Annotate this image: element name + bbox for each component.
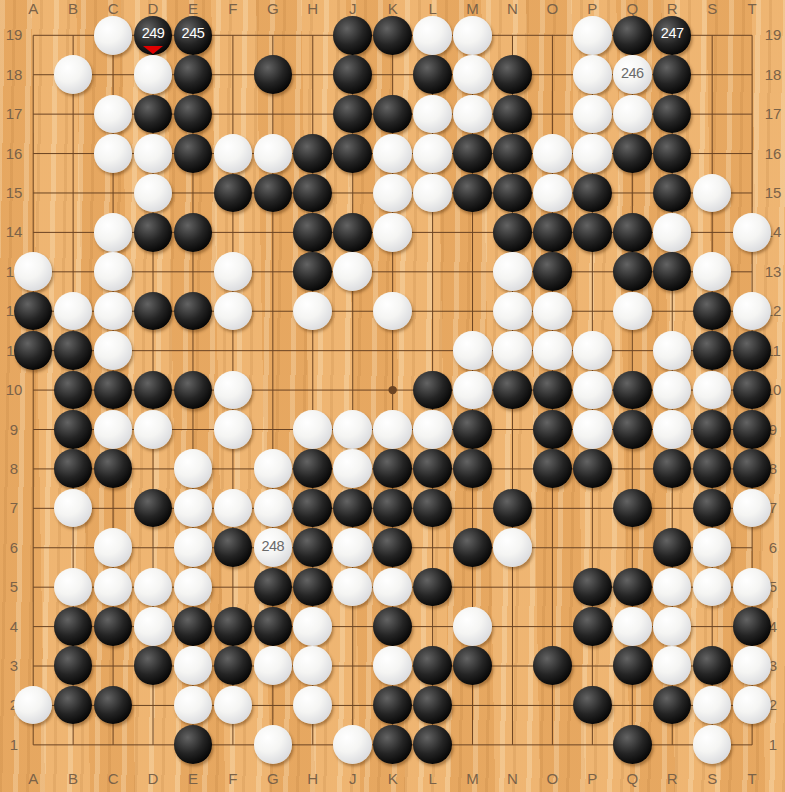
point-B7[interactable] [53,488,93,527]
point-G7[interactable] [253,488,293,527]
point-G16[interactable] [253,134,293,173]
point-H12[interactable] [293,291,333,330]
point-A12[interactable] [13,291,53,330]
point-S11[interactable] [692,331,732,370]
point-N18[interactable] [492,55,532,94]
point-J6[interactable] [333,528,373,567]
point-N15[interactable] [492,173,532,212]
point-P18[interactable] [572,55,612,94]
point-M17[interactable] [453,94,493,133]
black-stone-B9 [54,410,93,449]
point-T9[interactable] [732,410,772,449]
point-N16[interactable] [492,134,532,173]
point-D7[interactable] [133,488,173,527]
point-C4[interactable] [93,607,133,646]
point-H2[interactable] [293,685,333,724]
point-L17[interactable] [413,94,453,133]
black-stone-L2 [413,686,452,725]
point-M3[interactable] [453,646,493,685]
point-J18[interactable] [333,55,373,94]
black-stone-Q9 [613,410,652,449]
white-stone-C13 [94,252,133,291]
coord-bottom-L: L [419,771,447,787]
point-T10[interactable] [732,370,772,409]
point-Q16[interactable] [612,134,652,173]
black-stone-Q19 [613,16,652,55]
point-L8[interactable] [413,449,453,488]
white-stone-J13 [333,252,372,291]
point-P14[interactable] [572,213,612,252]
point-R15[interactable] [652,173,692,212]
point-P15[interactable] [572,173,612,212]
black-stone-H7 [293,489,332,528]
point-K14[interactable] [373,213,413,252]
point-D12[interactable] [133,291,173,330]
point-H4[interactable] [293,607,333,646]
point-C14[interactable] [93,213,133,252]
point-D17[interactable] [133,94,173,133]
white-stone-N13 [493,252,532,291]
point-N17[interactable] [492,94,532,133]
point-N11[interactable] [492,331,532,370]
point-P8[interactable] [572,449,612,488]
point-J5[interactable] [333,567,373,606]
point-Q1[interactable] [612,725,652,764]
point-F3[interactable] [213,646,253,685]
point-E1[interactable] [173,725,213,764]
white-stone-G7 [254,489,293,528]
point-H13[interactable] [293,252,333,291]
point-R9[interactable] [652,410,692,449]
point-D4[interactable] [133,607,173,646]
point-M19[interactable] [453,16,493,55]
point-G1[interactable] [253,725,293,764]
point-H6[interactable] [293,528,333,567]
point-Q7[interactable] [612,488,652,527]
point-R11[interactable] [652,331,692,370]
point-O16[interactable] [532,134,572,173]
point-R19[interactable]: 247 [652,16,692,55]
white-stone-T2 [733,686,772,725]
point-L15[interactable] [413,173,453,212]
point-G6[interactable]: 248 [253,528,293,567]
point-Q9[interactable] [612,410,652,449]
point-L1[interactable] [413,725,453,764]
point-P2[interactable] [572,685,612,724]
coord-bottom-R: R [658,771,686,787]
point-T12[interactable] [732,291,772,330]
point-F16[interactable] [213,134,253,173]
black-stone-C8 [94,449,133,488]
black-stone-K8 [373,449,412,488]
point-J16[interactable] [333,134,373,173]
point-C12[interactable] [93,291,133,330]
point-K2[interactable] [373,685,413,724]
black-stone-P5 [573,568,612,607]
point-H14[interactable] [293,213,333,252]
point-H15[interactable] [293,173,333,212]
point-O3[interactable] [532,646,572,685]
point-O9[interactable] [532,410,572,449]
point-R3[interactable] [652,646,692,685]
white-stone-O16 [533,134,572,173]
point-R6[interactable] [652,528,692,567]
point-H8[interactable] [293,449,333,488]
point-G15[interactable] [253,173,293,212]
point-B9[interactable] [53,410,93,449]
black-stone-D17 [134,95,173,134]
point-O14[interactable] [532,213,572,252]
point-H9[interactable] [293,410,333,449]
point-E17[interactable] [173,94,213,133]
point-C8[interactable] [93,449,133,488]
point-M4[interactable] [453,607,493,646]
point-S7[interactable] [692,488,732,527]
point-K15[interactable] [373,173,413,212]
white-stone-P19 [573,16,612,55]
point-N10[interactable] [492,370,532,409]
point-N14[interactable] [492,213,532,252]
point-Q5[interactable] [612,567,652,606]
point-E14[interactable] [173,213,213,252]
point-P17[interactable] [572,94,612,133]
point-B4[interactable] [53,607,93,646]
point-R14[interactable] [652,213,692,252]
point-S6[interactable] [692,528,732,567]
point-S13[interactable] [692,252,732,291]
point-D3[interactable] [133,646,173,685]
point-R17[interactable] [652,94,692,133]
point-B2[interactable] [53,685,93,724]
black-stone-P4 [573,607,612,646]
black-stone-L1 [413,725,452,764]
white-stone-H3 [293,646,332,685]
point-G4[interactable] [253,607,293,646]
point-S3[interactable] [692,646,732,685]
point-L5[interactable] [413,567,453,606]
black-stone-H16 [293,134,332,173]
white-stone-O12 [533,292,572,331]
point-Q19[interactable] [612,16,652,55]
point-Q17[interactable] [612,94,652,133]
white-stone-F9 [214,410,253,449]
point-H16[interactable] [293,134,333,173]
point-N6[interactable] [492,528,532,567]
point-J14[interactable] [333,213,373,252]
point-R2[interactable] [652,685,692,724]
point-H3[interactable] [293,646,333,685]
coord-bottom-F: F [219,771,247,787]
black-stone-C10 [94,371,133,410]
point-K8[interactable] [373,449,413,488]
point-C10[interactable] [93,370,133,409]
point-Q4[interactable] [612,607,652,646]
point-K4[interactable] [373,607,413,646]
black-stone-F6 [214,528,253,567]
point-M8[interactable] [453,449,493,488]
black-stone-J7 [333,489,372,528]
point-O11[interactable] [532,331,572,370]
point-B3[interactable] [53,646,93,685]
point-B8[interactable] [53,449,93,488]
point-K5[interactable] [373,567,413,606]
point-E16[interactable] [173,134,213,173]
point-E2[interactable] [173,685,213,724]
point-S10[interactable] [692,370,732,409]
point-K1[interactable] [373,725,413,764]
point-S2[interactable] [692,685,732,724]
point-D9[interactable] [133,410,173,449]
point-E4[interactable] [173,607,213,646]
black-stone-B3 [54,646,93,685]
point-E3[interactable] [173,646,213,685]
point-E19[interactable]: 245 [173,16,213,55]
point-B18[interactable] [53,55,93,94]
coord-bottom-M: M [459,771,487,787]
point-L19[interactable] [413,16,453,55]
point-S5[interactable] [692,567,732,606]
point-N7[interactable] [492,488,532,527]
white-stone-Q18: 246 [613,55,652,94]
point-G3[interactable] [253,646,293,685]
white-stone-M10 [453,371,492,410]
point-C9[interactable] [93,410,133,449]
point-S1[interactable] [692,725,732,764]
black-stone-B10 [54,371,93,410]
point-B11[interactable] [53,331,93,370]
point-F2[interactable] [213,685,253,724]
black-stone-S7 [693,489,732,528]
point-P9[interactable] [572,410,612,449]
point-Q13[interactable] [612,252,652,291]
white-stone-D15 [134,174,173,213]
black-stone-L10 [413,371,452,410]
point-T14[interactable] [732,213,772,252]
black-stone-G4 [254,607,293,646]
point-E12[interactable] [173,291,213,330]
point-Q12[interactable] [612,291,652,330]
point-C16[interactable] [93,134,133,173]
point-G8[interactable] [253,449,293,488]
point-L10[interactable] [413,370,453,409]
point-K7[interactable] [373,488,413,527]
board-grid[interactable]: 249245247246248 [13,16,772,765]
black-stone-D19: 249 [134,16,173,55]
white-stone-S5 [693,568,732,607]
point-M9[interactable] [453,410,493,449]
white-stone-G1 [254,725,293,764]
point-J17[interactable] [333,94,373,133]
white-stone-T14 [733,213,772,252]
point-T2[interactable] [732,685,772,724]
point-S12[interactable] [692,291,732,330]
point-K3[interactable] [373,646,413,685]
point-E8[interactable] [173,449,213,488]
point-C5[interactable] [93,567,133,606]
point-K19[interactable] [373,16,413,55]
point-R16[interactable] [652,134,692,173]
point-P19[interactable] [572,16,612,55]
point-P5[interactable] [572,567,612,606]
white-stone-H2 [293,686,332,725]
point-S15[interactable] [692,173,732,212]
point-B12[interactable] [53,291,93,330]
point-C6[interactable] [93,528,133,567]
black-stone-T10 [733,371,772,410]
point-F7[interactable] [213,488,253,527]
point-F13[interactable] [213,252,253,291]
point-O15[interactable] [532,173,572,212]
point-Q14[interactable] [612,213,652,252]
point-T5[interactable] [732,567,772,606]
point-T8[interactable] [732,449,772,488]
white-stone-H9 [293,410,332,449]
point-B5[interactable] [53,567,93,606]
point-S8[interactable] [692,449,732,488]
point-C11[interactable] [93,331,133,370]
point-K9[interactable] [373,410,413,449]
black-stone-L8 [413,449,452,488]
point-O8[interactable] [532,449,572,488]
point-M10[interactable] [453,370,493,409]
point-M15[interactable] [453,173,493,212]
white-stone-E2 [174,686,213,725]
point-F10[interactable] [213,370,253,409]
point-H5[interactable] [293,567,333,606]
point-K12[interactable] [373,291,413,330]
point-O13[interactable] [532,252,572,291]
white-stone-E8 [174,449,213,488]
point-D18[interactable] [133,55,173,94]
point-J19[interactable] [333,16,373,55]
point-L18[interactable] [413,55,453,94]
point-D16[interactable] [133,134,173,173]
point-L2[interactable] [413,685,453,724]
white-stone-Q17 [613,95,652,134]
point-L7[interactable] [413,488,453,527]
point-K6[interactable] [373,528,413,567]
point-F15[interactable] [213,173,253,212]
coord-bottom-C: C [99,771,127,787]
point-J8[interactable] [333,449,373,488]
point-P4[interactable] [572,607,612,646]
point-K17[interactable] [373,94,413,133]
point-T7[interactable] [732,488,772,527]
point-N13[interactable] [492,252,532,291]
point-T3[interactable] [732,646,772,685]
point-D5[interactable] [133,567,173,606]
point-E10[interactable] [173,370,213,409]
point-F4[interactable] [213,607,253,646]
point-T4[interactable] [732,607,772,646]
point-E5[interactable] [173,567,213,606]
point-J13[interactable] [333,252,373,291]
point-P16[interactable] [572,134,612,173]
point-M16[interactable] [453,134,493,173]
point-G18[interactable] [253,55,293,94]
point-E6[interactable] [173,528,213,567]
point-B10[interactable] [53,370,93,409]
black-stone-C4 [94,607,133,646]
point-L16[interactable] [413,134,453,173]
point-E18[interactable] [173,55,213,94]
point-C13[interactable] [93,252,133,291]
point-S9[interactable] [692,410,732,449]
point-D14[interactable] [133,213,173,252]
white-stone-J6 [333,528,372,567]
point-P11[interactable] [572,331,612,370]
point-H7[interactable] [293,488,333,527]
point-C19[interactable] [93,16,133,55]
black-stone-Q14 [613,213,652,252]
point-Q10[interactable] [612,370,652,409]
point-R10[interactable] [652,370,692,409]
point-D10[interactable] [133,370,173,409]
point-J9[interactable] [333,410,373,449]
point-F12[interactable] [213,291,253,330]
point-E7[interactable] [173,488,213,527]
point-R13[interactable] [652,252,692,291]
point-N12[interactable] [492,291,532,330]
point-A11[interactable] [13,331,53,370]
black-stone-L18 [413,55,452,94]
point-T11[interactable] [732,331,772,370]
point-M18[interactable] [453,55,493,94]
white-stone-K14 [373,213,412,252]
point-F9[interactable] [213,410,253,449]
black-stone-G15 [254,174,293,213]
white-stone-K9 [373,410,412,449]
white-stone-R11 [653,331,692,370]
black-stone-M9 [453,410,492,449]
point-L3[interactable] [413,646,453,685]
point-F6[interactable] [213,528,253,567]
black-stone-C2 [94,686,133,725]
point-O12[interactable] [532,291,572,330]
black-stone-K17 [373,95,412,134]
point-J1[interactable] [333,725,373,764]
point-D15[interactable] [133,173,173,212]
point-R5[interactable] [652,567,692,606]
point-Q3[interactable] [612,646,652,685]
point-A2[interactable] [13,685,53,724]
white-stone-O11 [533,331,572,370]
point-K16[interactable] [373,134,413,173]
point-D19[interactable]: 249 [133,16,173,55]
point-G5[interactable] [253,567,293,606]
point-J7[interactable] [333,488,373,527]
point-R4[interactable] [652,607,692,646]
point-M6[interactable] [453,528,493,567]
move-number-246: 246 [613,55,652,90]
point-P10[interactable] [572,370,612,409]
point-O10[interactable] [532,370,572,409]
black-stone-K19 [373,16,412,55]
point-C17[interactable] [93,94,133,133]
point-Q18[interactable]: 246 [612,55,652,94]
point-L9[interactable] [413,410,453,449]
black-stone-R15 [653,174,692,213]
point-C2[interactable] [93,685,133,724]
black-stone-H14 [293,213,332,252]
black-stone-S11 [693,331,732,370]
black-stone-N15 [493,174,532,213]
point-R18[interactable] [652,55,692,94]
black-stone-R18 [653,55,692,94]
point-R8[interactable] [652,449,692,488]
point-A13[interactable] [13,252,53,291]
point-M11[interactable] [453,331,493,370]
